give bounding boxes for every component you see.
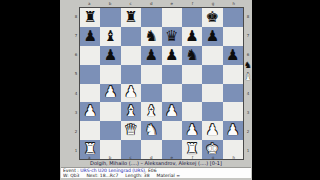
square-a7[interactable]: ♟ [80,27,100,46]
square-a6[interactable] [80,46,100,65]
square-a3[interactable]: ♟ [80,102,100,121]
white-pawn: ♟ [185,123,198,138]
square-d2[interactable]: ♞ [141,121,161,140]
black-pawn: ♟ [185,28,198,43]
black-knight: ♞ [145,28,158,43]
square-e4[interactable] [162,84,182,103]
rank-label-1: 1 [74,141,79,160]
square-d6[interactable]: ♟ [141,46,161,65]
players-result-line: Dolgih, Mihailo (....) – Aleksandrov, Al… [62,160,250,166]
rank-label-4: 4 [74,84,79,103]
white-pawn: ♟ [206,123,219,138]
black-rook: ♜ [124,9,137,24]
file-label-a: a [79,1,100,6]
material-text: Material = [157,173,180,178]
square-a4[interactable] [80,84,100,103]
square-c5[interactable] [121,65,141,84]
square-f5[interactable] [182,65,202,84]
black-bishop: ♝ [104,28,117,43]
square-b6[interactable]: ♟ [100,46,120,65]
square-e2[interactable] [162,121,182,140]
square-d3[interactable]: ♝ [141,102,161,121]
square-h7[interactable] [223,27,243,46]
file-label-d: d [141,1,162,6]
move-info-line: W: Qb3Next: 18...Rc7Length: 38Material = [63,173,249,178]
file-label-e: e [162,1,183,6]
square-c3[interactable]: ♝ [121,102,141,121]
black-pawn: ♟ [83,28,96,43]
last-move-text: W: Qb3 [63,173,79,178]
rank-label-6: 6 [74,45,79,64]
square-c7[interactable] [121,27,141,46]
captured-white-bishop-icon: ♝ [244,72,252,82]
square-f7[interactable]: ♟ [182,27,202,46]
square-b7[interactable]: ♝ [100,27,120,46]
square-e8[interactable] [162,8,182,27]
white-bishop: ♝ [145,104,158,119]
rank-label-5: 5 [74,64,79,83]
rank-label-8: 8 [74,7,79,26]
rank-label-4: 4 [246,84,251,103]
square-f8[interactable] [182,8,202,27]
rank-label-8: 8 [246,7,251,26]
square-c2[interactable]: ♛ [121,121,141,140]
square-f2[interactable]: ♟ [182,121,202,140]
white-pawn: ♟ [104,85,117,100]
white-bishop: ♝ [124,104,137,119]
square-b8[interactable] [100,8,120,27]
rank-label-2: 2 [246,122,251,141]
square-g8[interactable]: ♚ [202,8,222,27]
square-g5[interactable] [202,65,222,84]
file-label-h: h [223,1,244,6]
square-e3[interactable]: ♟ [162,102,182,121]
black-pawn: ♟ [145,47,158,62]
square-b2[interactable] [100,121,120,140]
white-pawn: ♟ [124,85,137,100]
rank-label-2: 2 [74,122,79,141]
square-g3[interactable] [202,102,222,121]
rank-labels-left: 87654321 [74,7,79,160]
white-pawn: ♟ [165,104,178,119]
length-text: Length: 38 [125,173,149,178]
black-knight: ♞ [185,47,198,62]
square-h3[interactable] [223,102,243,121]
square-h5[interactable] [223,65,243,84]
rank-label-7: 7 [74,26,79,45]
square-a2[interactable] [80,121,100,140]
square-e7[interactable]: ♛ [162,27,182,46]
square-d8[interactable] [141,8,161,27]
file-label-c: c [120,1,141,6]
file-labels-top: abcdefgh [79,1,244,6]
black-pawn: ♟ [226,47,239,62]
square-e5[interactable] [162,65,182,84]
square-e6[interactable]: ♟ [162,46,182,65]
game-info-box: Event : URS-ch U20 Leningrad (URS), E06 … [61,167,251,179]
white-knight: ♞ [145,123,158,138]
square-d7[interactable]: ♞ [141,27,161,46]
square-d4[interactable] [141,84,161,103]
video-frame: ♜♜♚♟♝♞♛♟♟♟♟♟♞♟♟♟♟♝♝♟♛♞♟♟♟♜♜♚ abcdefgh ab… [0,0,320,180]
rank-label-3: 3 [246,103,251,122]
black-queen: ♛ [165,28,178,43]
square-g4[interactable] [202,84,222,103]
square-f4[interactable] [182,84,202,103]
square-a8[interactable]: ♜ [80,8,100,27]
captured-black-knight-icon: ♞ [244,60,252,70]
white-queen: ♛ [124,123,137,138]
black-rook: ♜ [83,9,96,24]
square-h4[interactable] [223,84,243,103]
square-h8[interactable] [223,8,243,27]
square-b5[interactable] [100,65,120,84]
file-label-g: g [203,1,224,6]
square-c4[interactable]: ♟ [121,84,141,103]
square-g6[interactable] [202,46,222,65]
next-move-text: Next: 18...Rc7 [86,173,118,178]
square-h6[interactable]: ♟ [223,46,243,65]
chess-board: ♜♜♚♟♝♞♛♟♟♟♟♟♞♟♟♟♟♝♝♟♛♞♟♟♟♜♜♚ [79,7,244,160]
square-f3[interactable] [182,102,202,121]
chess-panel: ♜♜♚♟♝♞♛♟♟♟♟♟♞♟♟♟♟♝♝♟♛♞♟♟♟♜♜♚ abcdefgh ab… [60,0,252,180]
black-pawn: ♟ [165,47,178,62]
square-d5[interactable] [141,65,161,84]
rank-label-7: 7 [246,26,251,45]
square-f6[interactable]: ♞ [182,46,202,65]
square-a5[interactable] [80,65,100,84]
white-pawn: ♟ [226,123,239,138]
square-b3[interactable] [100,102,120,121]
black-pawn: ♟ [104,47,117,62]
file-label-f: f [182,1,203,6]
square-g2[interactable]: ♟ [202,121,222,140]
square-g7[interactable]: ♟ [202,27,222,46]
rank-label-3: 3 [74,103,79,122]
white-pawn: ♟ [83,104,96,119]
square-b4[interactable]: ♟ [100,84,120,103]
rank-labels-right: 87654321 [246,7,251,160]
square-c8[interactable]: ♜ [121,8,141,27]
square-h2[interactable]: ♟ [223,121,243,140]
file-label-b: b [100,1,121,6]
square-c6[interactable] [121,46,141,65]
captured-material-tray: ♞ ♝ [243,60,253,82]
rank-label-1: 1 [246,141,251,160]
black-king: ♚ [206,9,219,24]
black-pawn: ♟ [206,28,219,43]
